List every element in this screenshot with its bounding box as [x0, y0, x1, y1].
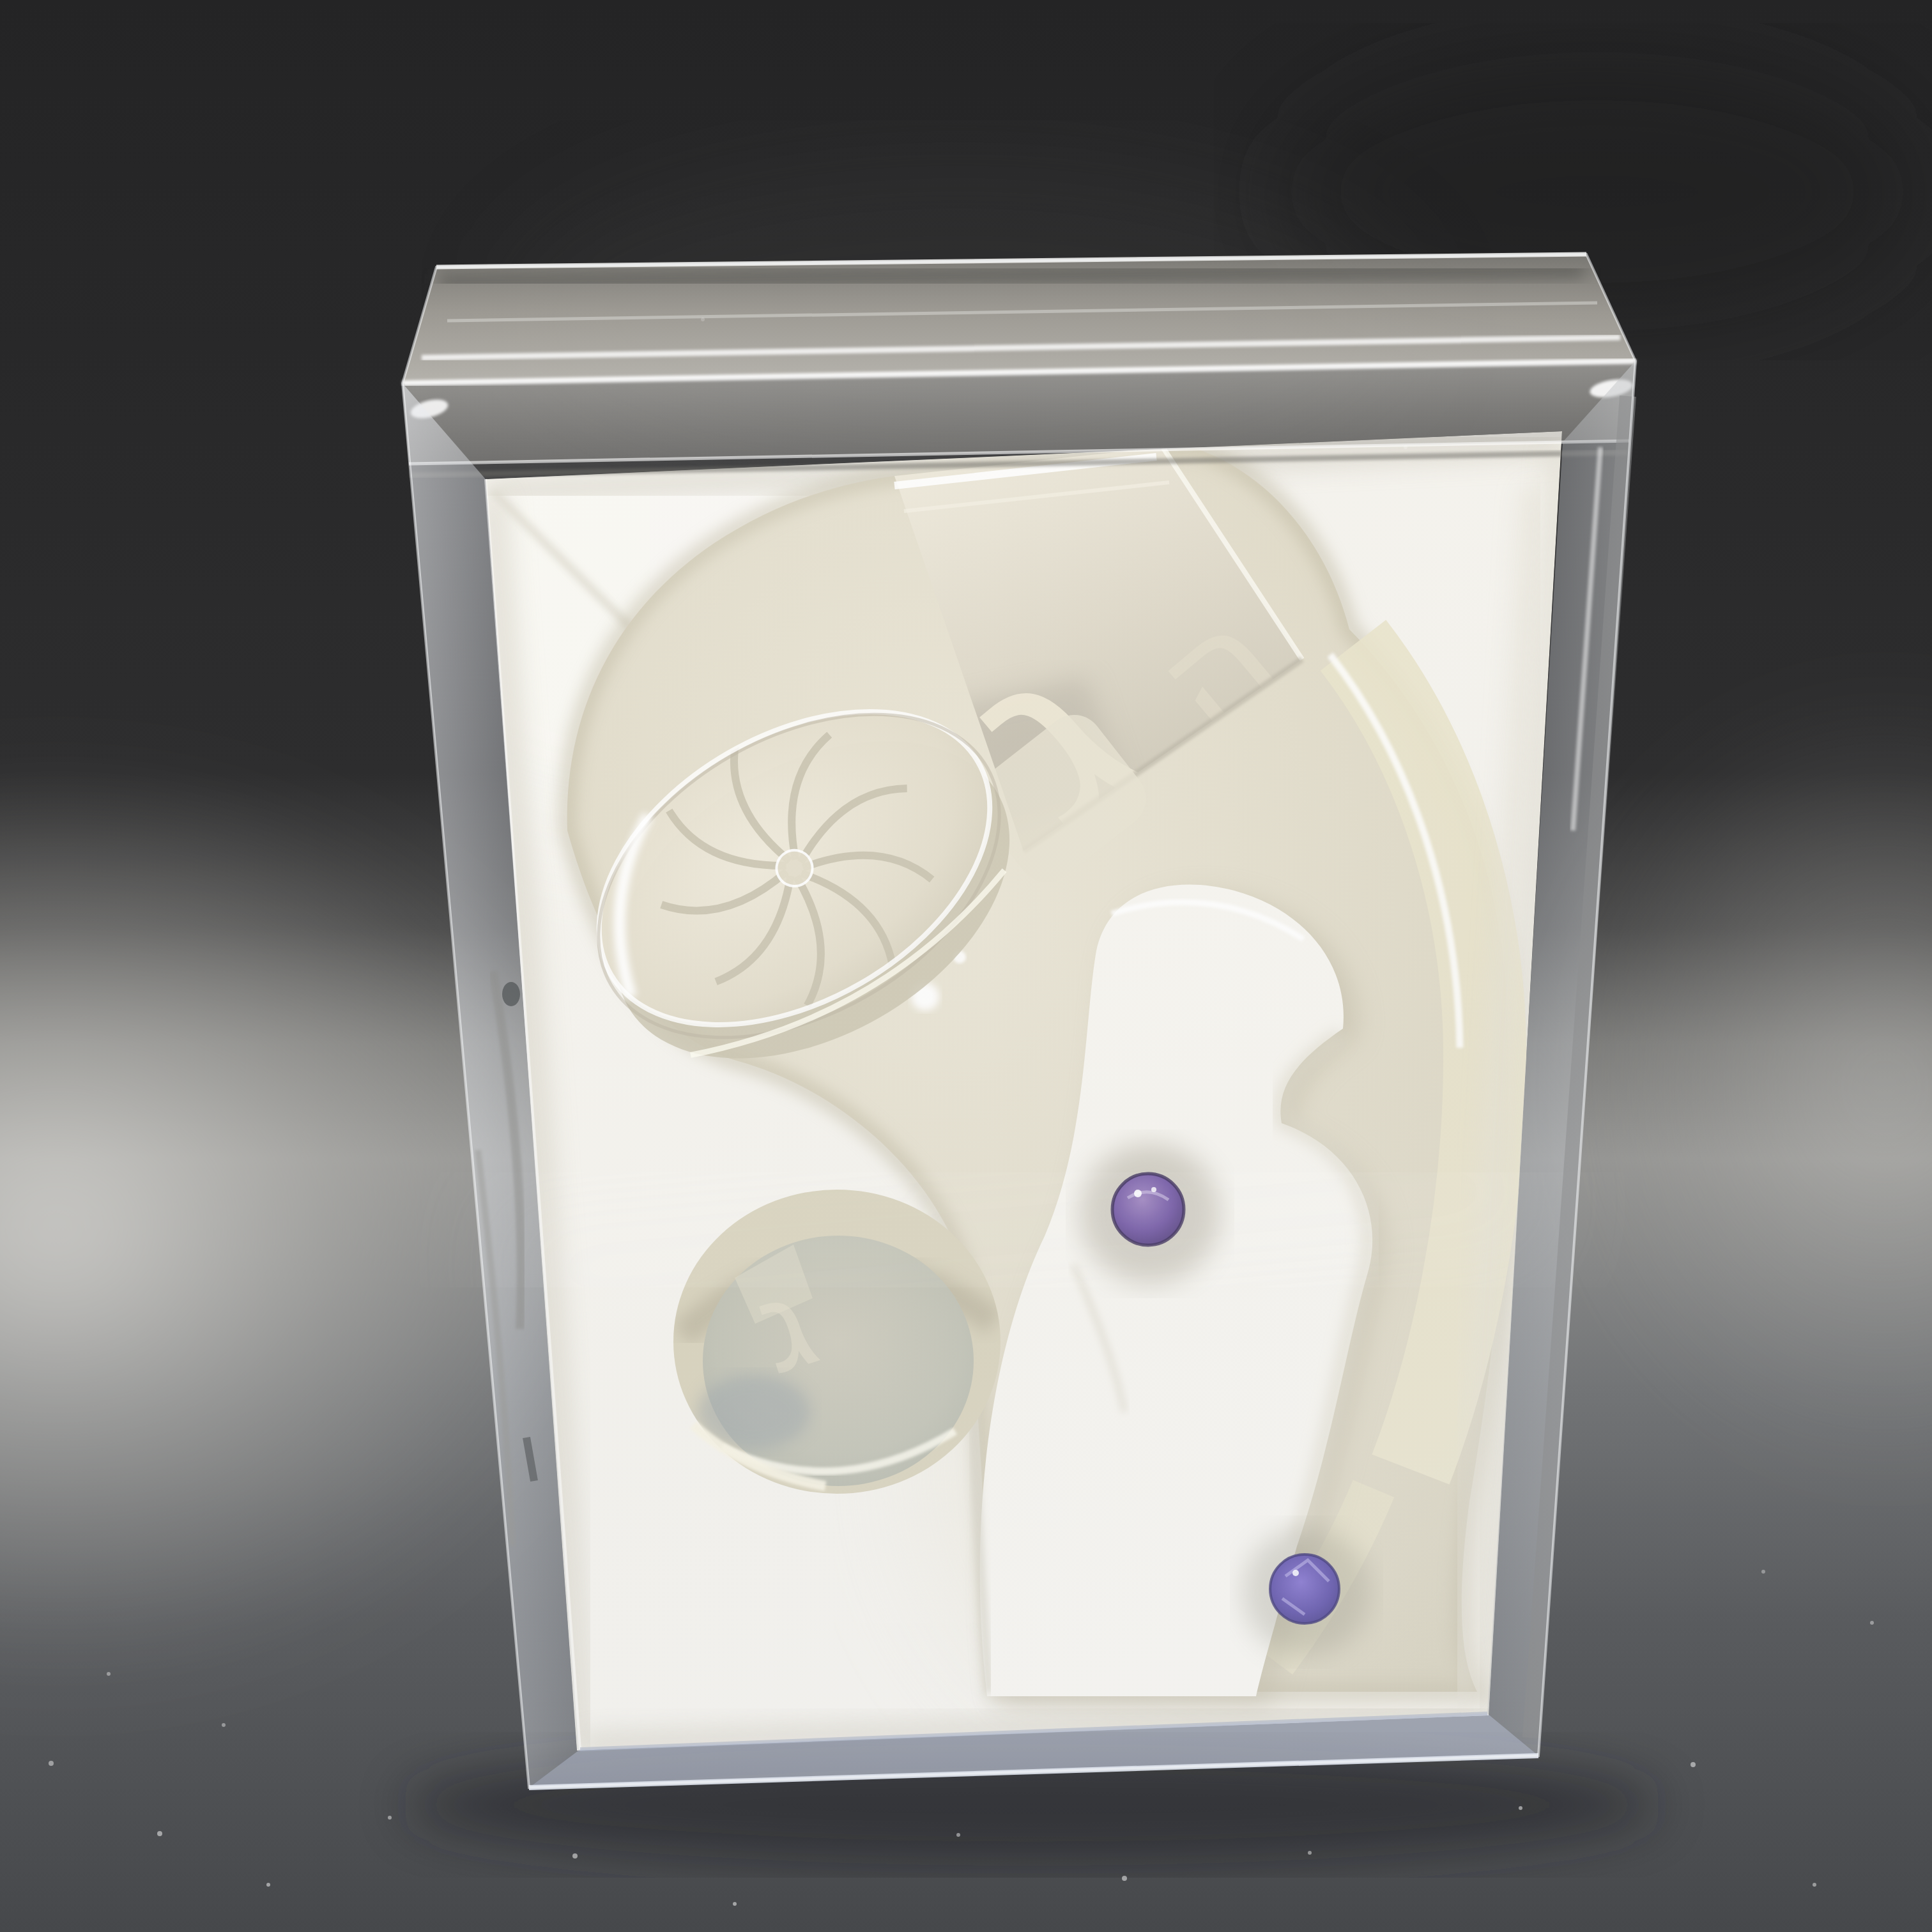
left-wall-dark-mark: [502, 982, 520, 1006]
product-photo: ג ה: [0, 0, 1932, 1932]
front-wall-soft-streak: [479, 1182, 1565, 1278]
scene: ג ה: [0, 0, 1932, 1932]
acrylic-case: [402, 254, 1636, 1788]
case-front-wall: [402, 361, 1636, 1788]
